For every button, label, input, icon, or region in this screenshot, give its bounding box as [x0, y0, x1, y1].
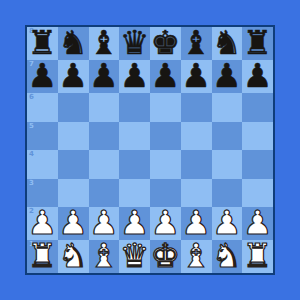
rank-label: 3 — [29, 180, 34, 187]
square-f6[interactable] — [181, 93, 212, 122]
piece-white-pawn[interactable]: ♟ — [243, 206, 273, 239]
piece-black-bishop[interactable]: ♝ — [89, 26, 119, 59]
piece-black-pawn[interactable]: ♟ — [151, 59, 181, 92]
piece-black-pawn[interactable]: ♟ — [243, 59, 273, 92]
square-b5[interactable] — [58, 122, 89, 151]
square-b4[interactable] — [58, 150, 89, 179]
square-d4[interactable] — [119, 150, 150, 179]
square-h7[interactable]: ♟ — [242, 60, 273, 93]
square-f4[interactable] — [181, 150, 212, 179]
piece-white-pawn[interactable]: ♟ — [28, 206, 58, 239]
piece-white-king[interactable]: ♚ — [151, 239, 181, 272]
chess-app-background: 8♜♞♝♛♚♝♞♜7♟♟♟♟♟♟♟♟65432♟♟♟♟♟♟♟♟1♜♞♝♛♚♝♞♜ — [0, 0, 300, 300]
piece-black-pawn[interactable]: ♟ — [58, 59, 88, 92]
piece-black-rook[interactable]: ♜ — [243, 26, 273, 59]
piece-white-bishop[interactable]: ♝ — [181, 239, 211, 272]
piece-white-pawn[interactable]: ♟ — [58, 206, 88, 239]
square-a5[interactable]: 5 — [27, 122, 58, 151]
square-h6[interactable] — [242, 93, 273, 122]
piece-black-pawn[interactable]: ♟ — [212, 59, 242, 92]
piece-white-rook[interactable]: ♜ — [28, 239, 58, 272]
piece-white-pawn[interactable]: ♟ — [151, 206, 181, 239]
square-b6[interactable] — [58, 93, 89, 122]
square-h1[interactable]: ♜ — [242, 240, 273, 273]
piece-white-rook[interactable]: ♜ — [243, 239, 273, 272]
square-e7[interactable]: ♟ — [150, 60, 181, 93]
piece-white-knight[interactable]: ♞ — [58, 239, 88, 272]
square-h5[interactable] — [242, 122, 273, 151]
square-h4[interactable] — [242, 150, 273, 179]
piece-black-knight[interactable]: ♞ — [212, 26, 242, 59]
piece-white-queen[interactable]: ♛ — [120, 239, 150, 272]
square-d7[interactable]: ♟ — [119, 60, 150, 93]
square-c1[interactable]: ♝ — [89, 240, 120, 273]
piece-black-pawn[interactable]: ♟ — [28, 59, 58, 92]
square-d6[interactable] — [119, 93, 150, 122]
square-a1[interactable]: 1♜ — [27, 240, 58, 273]
piece-white-pawn[interactable]: ♟ — [120, 206, 150, 239]
square-g4[interactable] — [212, 150, 243, 179]
square-f7[interactable]: ♟ — [181, 60, 212, 93]
piece-white-pawn[interactable]: ♟ — [181, 206, 211, 239]
piece-black-knight[interactable]: ♞ — [58, 26, 88, 59]
piece-black-pawn[interactable]: ♟ — [89, 59, 119, 92]
square-g7[interactable]: ♟ — [212, 60, 243, 93]
square-e1[interactable]: ♚ — [150, 240, 181, 273]
piece-black-rook[interactable]: ♜ — [28, 26, 58, 59]
piece-white-bishop[interactable]: ♝ — [89, 239, 119, 272]
rank-label: 5 — [29, 123, 34, 130]
square-a4[interactable]: 4 — [27, 150, 58, 179]
piece-white-knight[interactable]: ♞ — [212, 239, 242, 272]
square-a7[interactable]: 7♟ — [27, 60, 58, 93]
square-e6[interactable] — [150, 93, 181, 122]
square-d5[interactable] — [119, 122, 150, 151]
square-g1[interactable]: ♞ — [212, 240, 243, 273]
square-c4[interactable] — [89, 150, 120, 179]
square-c7[interactable]: ♟ — [89, 60, 120, 93]
square-f1[interactable]: ♝ — [181, 240, 212, 273]
square-c5[interactable] — [89, 122, 120, 151]
square-b7[interactable]: ♟ — [58, 60, 89, 93]
rank-label: 6 — [29, 94, 34, 101]
square-g5[interactable] — [212, 122, 243, 151]
square-a6[interactable]: 6 — [27, 93, 58, 122]
piece-black-pawn[interactable]: ♟ — [181, 59, 211, 92]
piece-black-king[interactable]: ♚ — [151, 26, 181, 59]
piece-black-pawn[interactable]: ♟ — [120, 59, 150, 92]
square-f5[interactable] — [181, 122, 212, 151]
rank-label: 4 — [29, 151, 34, 158]
square-b1[interactable]: ♞ — [58, 240, 89, 273]
square-c6[interactable] — [89, 93, 120, 122]
square-d1[interactable]: ♛ — [119, 240, 150, 273]
piece-white-pawn[interactable]: ♟ — [212, 206, 242, 239]
piece-black-bishop[interactable]: ♝ — [181, 26, 211, 59]
piece-white-pawn[interactable]: ♟ — [89, 206, 119, 239]
square-e4[interactable] — [150, 150, 181, 179]
square-g6[interactable] — [212, 93, 243, 122]
square-e5[interactable] — [150, 122, 181, 151]
piece-black-queen[interactable]: ♛ — [120, 26, 150, 59]
chess-board: 8♜♞♝♛♚♝♞♜7♟♟♟♟♟♟♟♟65432♟♟♟♟♟♟♟♟1♜♞♝♛♚♝♞♜ — [25, 25, 275, 275]
